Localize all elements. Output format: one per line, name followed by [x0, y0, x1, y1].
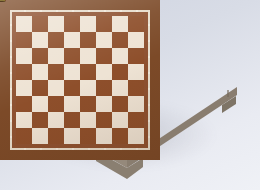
square-b5	[112, 80, 128, 96]
square-g3	[32, 48, 48, 64]
square-h7	[16, 112, 32, 128]
square-f4	[48, 64, 64, 80]
coordinate-dot	[148, 56, 150, 58]
square-a3	[128, 48, 144, 64]
square-c4	[96, 64, 112, 80]
board-squares-grid	[16, 16, 144, 144]
square-e2	[64, 32, 80, 48]
square-b7	[112, 112, 128, 128]
square-a4	[128, 64, 144, 80]
square-c5	[96, 80, 112, 96]
square-c1	[96, 16, 112, 32]
coordinate-dot	[88, 10, 90, 12]
coordinate-dot	[40, 148, 42, 150]
coordinate-dot	[56, 148, 58, 150]
square-c7	[96, 112, 112, 128]
square-g6	[32, 96, 48, 112]
square-f7	[48, 112, 64, 128]
coordinate-dot	[104, 10, 106, 12]
square-d6	[80, 96, 96, 112]
coordinate-dot	[72, 148, 74, 150]
coordinate-dot	[10, 136, 12, 138]
square-d5	[80, 80, 96, 96]
square-e7	[64, 112, 80, 128]
square-c3	[96, 48, 112, 64]
square-g1	[32, 16, 48, 32]
square-d7	[80, 112, 96, 128]
coordinate-dot	[10, 104, 12, 106]
coordinate-dot	[10, 72, 12, 74]
square-e6	[64, 96, 80, 112]
square-h6	[16, 96, 32, 112]
coordinate-dot	[148, 104, 150, 106]
coordinate-dot	[148, 24, 150, 26]
square-b3	[112, 48, 128, 64]
coordinate-dot	[10, 24, 12, 26]
square-c2	[96, 32, 112, 48]
square-a6	[128, 96, 144, 112]
square-g8	[32, 128, 48, 144]
square-d8	[80, 128, 96, 144]
square-h8	[16, 128, 32, 144]
coordinate-dot	[56, 10, 58, 12]
square-h3	[16, 48, 32, 64]
square-c8	[96, 128, 112, 144]
square-a2	[128, 32, 144, 48]
square-b6	[112, 96, 128, 112]
square-e4	[64, 64, 80, 80]
square-d4	[80, 64, 96, 80]
coordinate-dot	[136, 148, 138, 150]
square-f6	[48, 96, 64, 112]
coordinate-dot	[10, 56, 12, 58]
square-g2	[32, 32, 48, 48]
square-g4	[32, 64, 48, 80]
chess-board	[0, 0, 160, 160]
square-a1	[128, 16, 144, 32]
square-d3	[80, 48, 96, 64]
coordinate-dot	[10, 120, 12, 122]
square-h5	[16, 80, 32, 96]
square-e1	[64, 16, 80, 32]
square-b2	[112, 32, 128, 48]
square-e3	[64, 48, 80, 64]
square-f1	[48, 16, 64, 32]
coordinate-dot	[120, 148, 122, 150]
coordinate-dot	[148, 120, 150, 122]
coordinate-dot	[136, 10, 138, 12]
coordinate-dot	[120, 10, 122, 12]
square-e5	[64, 80, 80, 96]
coordinate-dot	[148, 72, 150, 74]
coordinate-dot	[24, 10, 26, 12]
coordinate-dot	[24, 148, 26, 150]
coordinate-dot	[88, 148, 90, 150]
square-f8	[48, 128, 64, 144]
square-h2	[16, 32, 32, 48]
square-d2	[80, 32, 96, 48]
square-d1	[80, 16, 96, 32]
square-b1	[112, 16, 128, 32]
square-b8	[112, 128, 128, 144]
square-h1	[16, 16, 32, 32]
square-f5	[48, 80, 64, 96]
square-f2	[48, 32, 64, 48]
coordinate-dot	[148, 88, 150, 90]
coordinate-dot	[40, 10, 42, 12]
square-e8	[64, 128, 80, 144]
chess-set-photo: ♜♞♝♛♚♝♞♜♟♟♟♟♟♟♟♟♟♟♟♟♟♟♟♟♜♞♝♛♚♝♞♜	[0, 0, 260, 190]
square-a7	[128, 112, 144, 128]
coordinate-dot	[148, 40, 150, 42]
coordinate-dot	[10, 40, 12, 42]
square-c6	[96, 96, 112, 112]
square-g7	[32, 112, 48, 128]
coordinate-dot	[72, 10, 74, 12]
square-f3	[48, 48, 64, 64]
coordinate-dot	[148, 136, 150, 138]
coordinate-dot	[104, 148, 106, 150]
square-a8	[128, 128, 144, 144]
square-g5	[32, 80, 48, 96]
square-h4	[16, 64, 32, 80]
coordinate-dot	[10, 88, 12, 90]
square-b4	[112, 64, 128, 80]
square-a5	[128, 80, 144, 96]
